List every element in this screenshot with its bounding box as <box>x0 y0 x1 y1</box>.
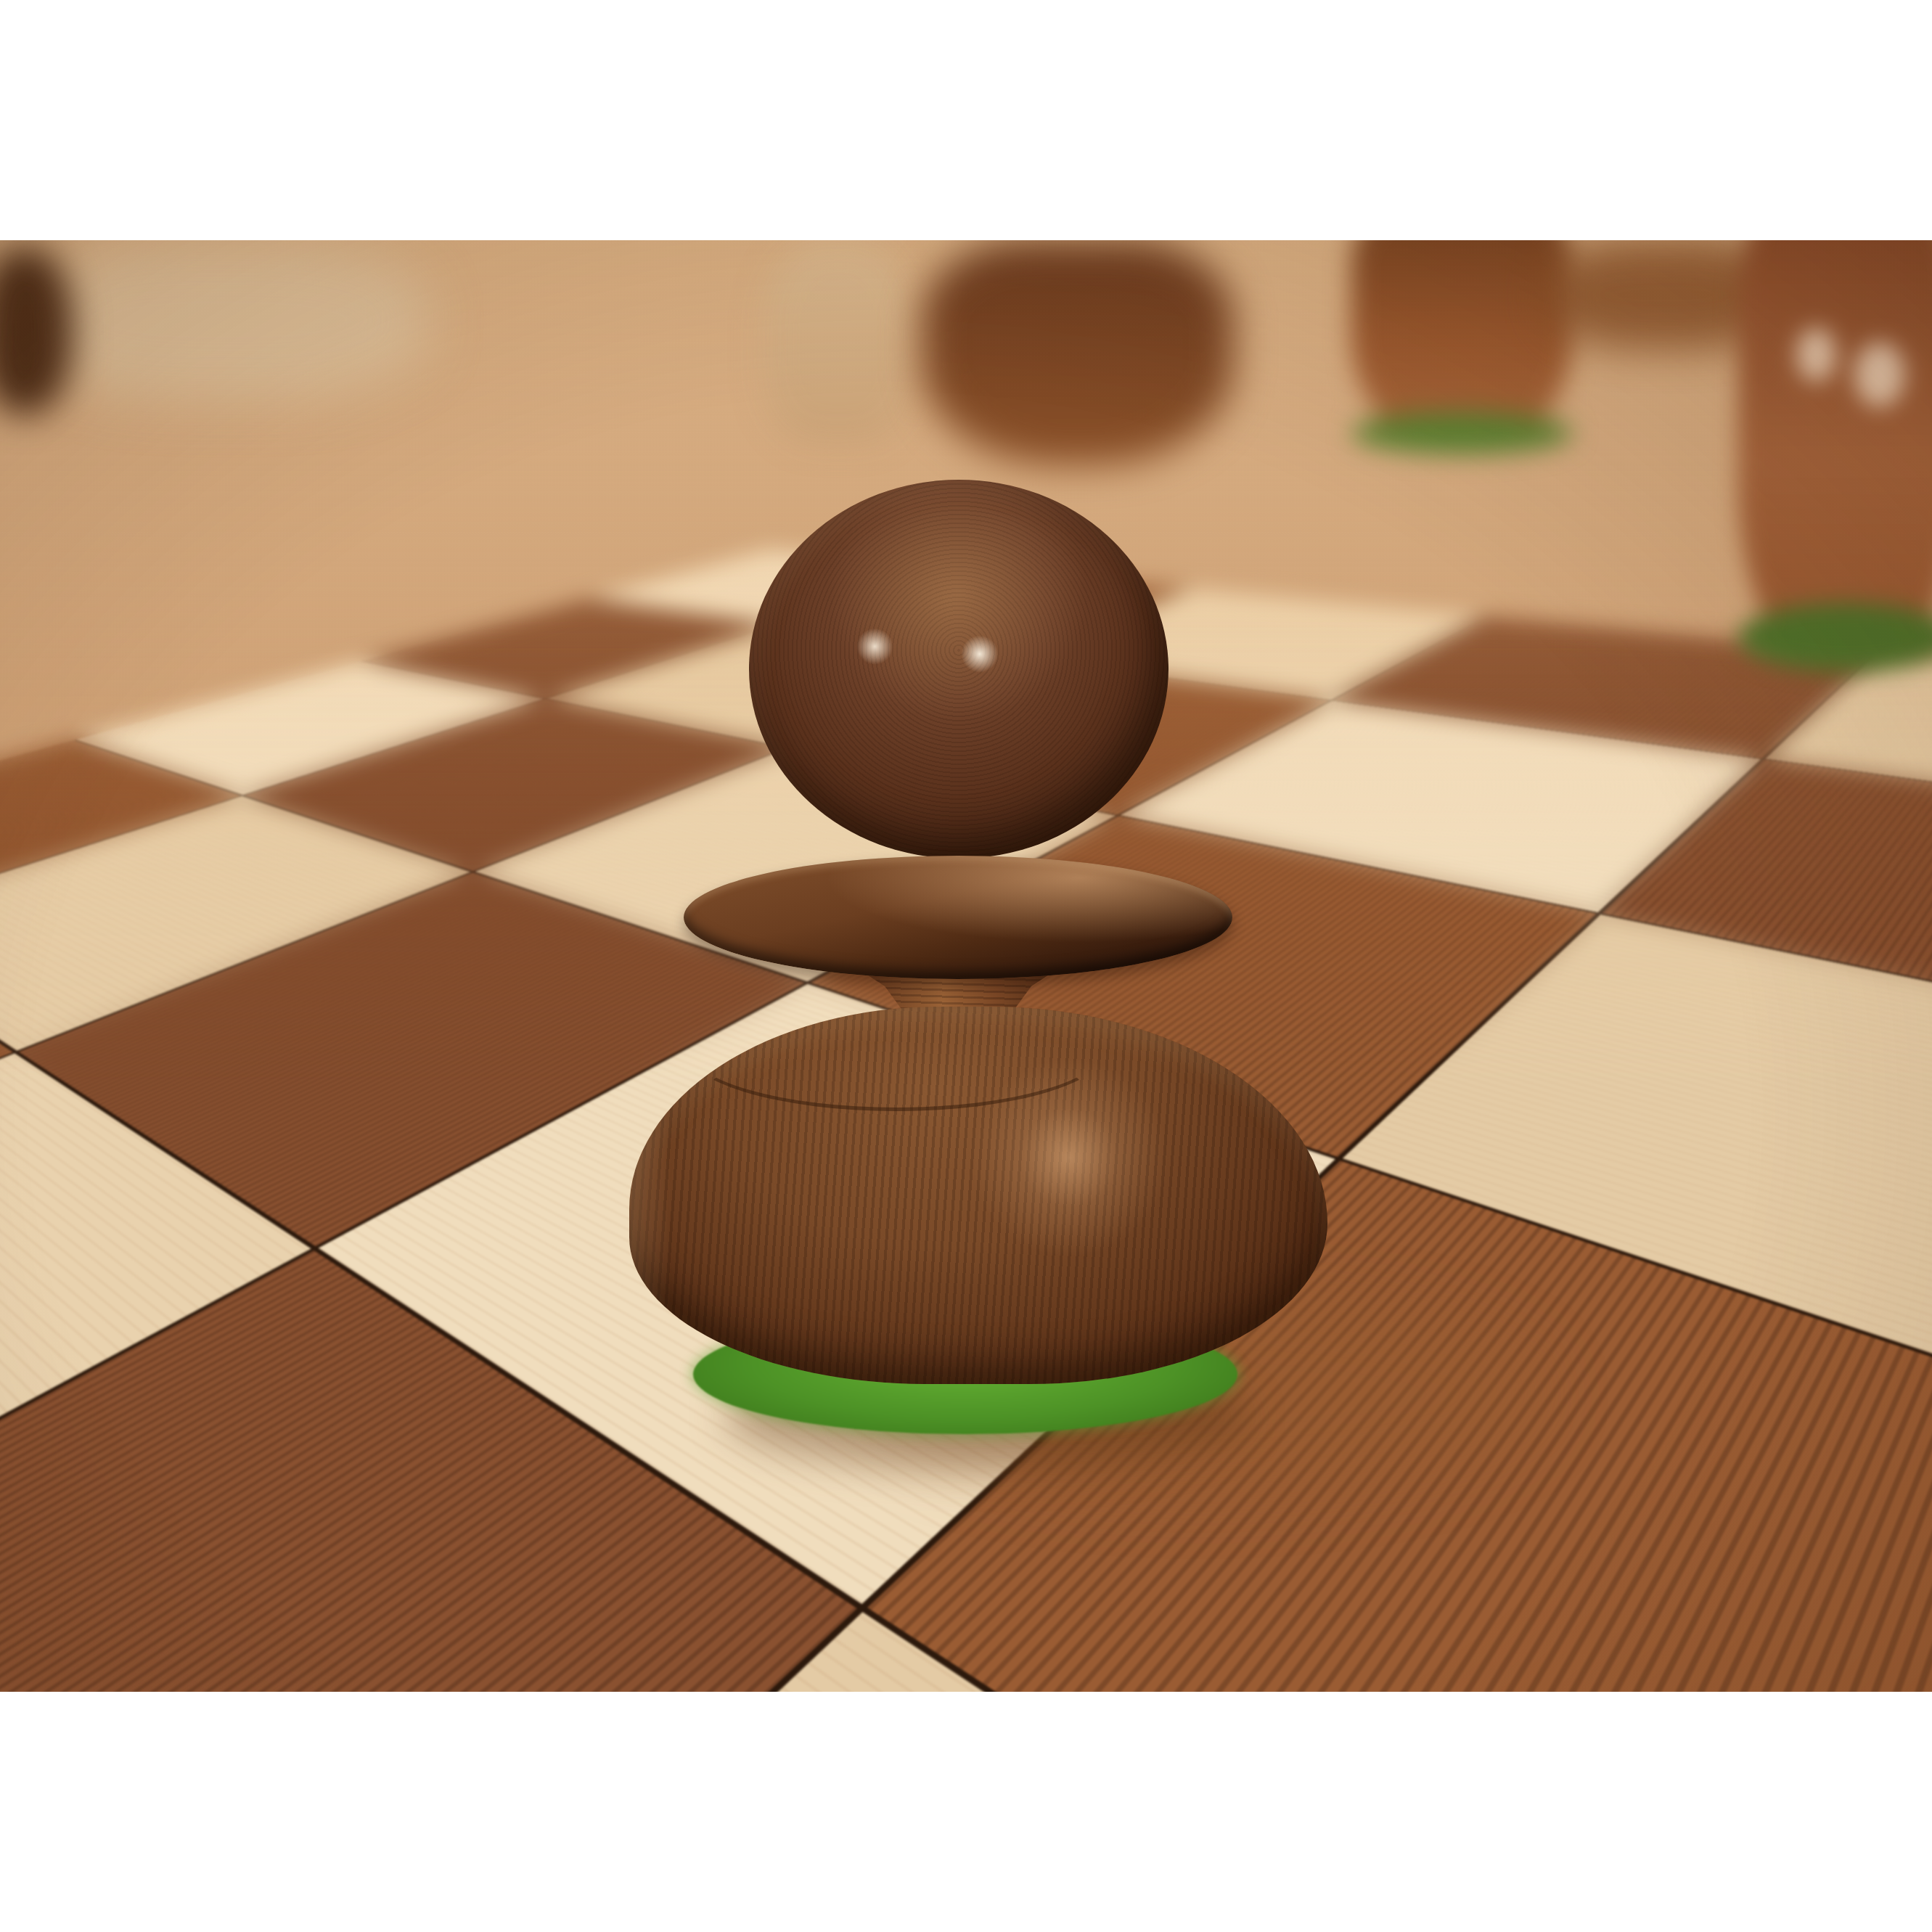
letterbox-bottom <box>0 1692 1932 1932</box>
piece-left-edge-dark <box>0 247 73 414</box>
piece-center-felt-felt <box>1351 412 1573 454</box>
piece-center-felt <box>1351 240 1573 454</box>
chessboard-photo <box>0 240 1932 1692</box>
distant-light-glow <box>22 240 428 400</box>
piece-dark-wide <box>922 240 1234 465</box>
letterbox-top <box>0 0 1932 240</box>
pawn-ball-finial <box>749 480 1168 859</box>
piece-large-right-specular-1 <box>1854 342 1905 407</box>
piece-large-right-specular-0 <box>1796 327 1836 382</box>
piece-large-right <box>1738 240 1932 672</box>
product-photo-canvas <box>0 0 1932 1932</box>
pawn-collar-disc <box>684 856 1232 979</box>
piece-light-distant <box>762 240 914 443</box>
